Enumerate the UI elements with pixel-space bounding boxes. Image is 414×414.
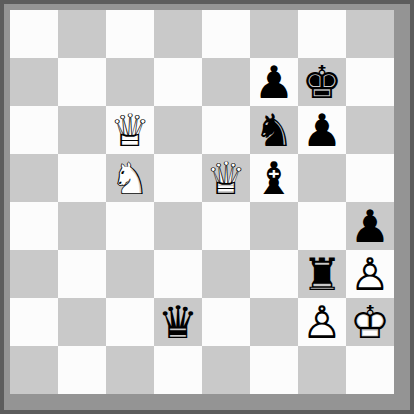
white-queen-piece: ♛♕ <box>202 154 250 202</box>
square-f7[interactable]: ♟ <box>250 58 298 106</box>
square-c1[interactable] <box>106 346 154 394</box>
square-g1[interactable] <box>298 346 346 394</box>
square-f3[interactable] <box>250 250 298 298</box>
square-d3[interactable] <box>154 250 202 298</box>
square-f2[interactable] <box>250 298 298 346</box>
square-h6[interactable] <box>346 106 394 154</box>
square-e8[interactable] <box>202 10 250 58</box>
square-b3[interactable] <box>58 250 106 298</box>
black-knight-piece-glyph: ♞ <box>250 106 298 154</box>
square-f8[interactable] <box>250 10 298 58</box>
square-b6[interactable] <box>58 106 106 154</box>
black-bishop-piece-glyph: ♝ <box>250 154 298 202</box>
white-queen-piece-outline: ♕ <box>106 106 154 154</box>
square-a8[interactable] <box>10 10 58 58</box>
square-a1[interactable] <box>10 346 58 394</box>
white-queen-piece-outline: ♕ <box>202 154 250 202</box>
chess-board-frame: ♟♚♛♕♞♟♞♘♛♕♝♟♜♟♙♛♟♙♚♔ <box>0 0 414 414</box>
white-king-piece: ♚♔ <box>346 298 394 346</box>
square-b5[interactable] <box>58 154 106 202</box>
square-e2[interactable] <box>202 298 250 346</box>
square-d2[interactable]: ♛ <box>154 298 202 346</box>
white-king-piece-outline: ♔ <box>346 298 394 346</box>
square-c2[interactable] <box>106 298 154 346</box>
square-c8[interactable] <box>106 10 154 58</box>
white-pawn-piece: ♟♙ <box>346 250 394 298</box>
black-knight-piece: ♞ <box>250 106 298 154</box>
black-rook-piece-glyph: ♜ <box>298 250 346 298</box>
square-d7[interactable] <box>154 58 202 106</box>
square-d4[interactable] <box>154 202 202 250</box>
white-pawn-piece-outline: ♙ <box>346 250 394 298</box>
black-king-piece-glyph: ♚ <box>298 58 346 106</box>
square-h7[interactable] <box>346 58 394 106</box>
square-f1[interactable] <box>250 346 298 394</box>
square-a7[interactable] <box>10 58 58 106</box>
square-b4[interactable] <box>58 202 106 250</box>
black-pawn-piece-glyph: ♟ <box>250 58 298 106</box>
square-e7[interactable] <box>202 58 250 106</box>
square-g3[interactable]: ♜ <box>298 250 346 298</box>
square-f6[interactable]: ♞ <box>250 106 298 154</box>
square-g4[interactable] <box>298 202 346 250</box>
white-pawn-piece-outline: ♙ <box>298 298 346 346</box>
black-king-piece: ♚ <box>298 58 346 106</box>
square-a5[interactable] <box>10 154 58 202</box>
square-a2[interactable] <box>10 298 58 346</box>
square-e3[interactable] <box>202 250 250 298</box>
white-knight-piece-outline: ♘ <box>106 154 154 202</box>
square-c5[interactable]: ♞♘ <box>106 154 154 202</box>
square-d8[interactable] <box>154 10 202 58</box>
black-pawn-piece-glyph: ♟ <box>298 106 346 154</box>
square-g2[interactable]: ♟♙ <box>298 298 346 346</box>
square-d5[interactable] <box>154 154 202 202</box>
square-f4[interactable] <box>250 202 298 250</box>
black-pawn-piece-glyph: ♟ <box>346 202 394 250</box>
square-c6[interactable]: ♛♕ <box>106 106 154 154</box>
square-h4[interactable]: ♟ <box>346 202 394 250</box>
black-rook-piece: ♜ <box>298 250 346 298</box>
square-e5[interactable]: ♛♕ <box>202 154 250 202</box>
black-bishop-piece: ♝ <box>250 154 298 202</box>
black-pawn-piece: ♟ <box>298 106 346 154</box>
square-a3[interactable] <box>10 250 58 298</box>
square-g8[interactable] <box>298 10 346 58</box>
black-pawn-piece: ♟ <box>346 202 394 250</box>
black-pawn-piece: ♟ <box>250 58 298 106</box>
square-b2[interactable] <box>58 298 106 346</box>
square-a4[interactable] <box>10 202 58 250</box>
square-f5[interactable]: ♝ <box>250 154 298 202</box>
square-b8[interactable] <box>58 10 106 58</box>
square-h5[interactable] <box>346 154 394 202</box>
chess-board: ♟♚♛♕♞♟♞♘♛♕♝♟♜♟♙♛♟♙♚♔ <box>10 10 394 394</box>
square-d1[interactable] <box>154 346 202 394</box>
square-e1[interactable] <box>202 346 250 394</box>
square-h1[interactable] <box>346 346 394 394</box>
square-g6[interactable]: ♟ <box>298 106 346 154</box>
black-queen-piece-glyph: ♛ <box>154 298 202 346</box>
white-queen-piece: ♛♕ <box>106 106 154 154</box>
square-d6[interactable] <box>154 106 202 154</box>
square-a6[interactable] <box>10 106 58 154</box>
white-pawn-piece: ♟♙ <box>298 298 346 346</box>
square-c4[interactable] <box>106 202 154 250</box>
square-c3[interactable] <box>106 250 154 298</box>
black-queen-piece: ♛ <box>154 298 202 346</box>
white-knight-piece: ♞♘ <box>106 154 154 202</box>
square-e6[interactable] <box>202 106 250 154</box>
square-h8[interactable] <box>346 10 394 58</box>
square-c7[interactable] <box>106 58 154 106</box>
square-h3[interactable]: ♟♙ <box>346 250 394 298</box>
square-b1[interactable] <box>58 346 106 394</box>
square-g5[interactable] <box>298 154 346 202</box>
square-g7[interactable]: ♚ <box>298 58 346 106</box>
square-h2[interactable]: ♚♔ <box>346 298 394 346</box>
square-e4[interactable] <box>202 202 250 250</box>
square-b7[interactable] <box>58 58 106 106</box>
